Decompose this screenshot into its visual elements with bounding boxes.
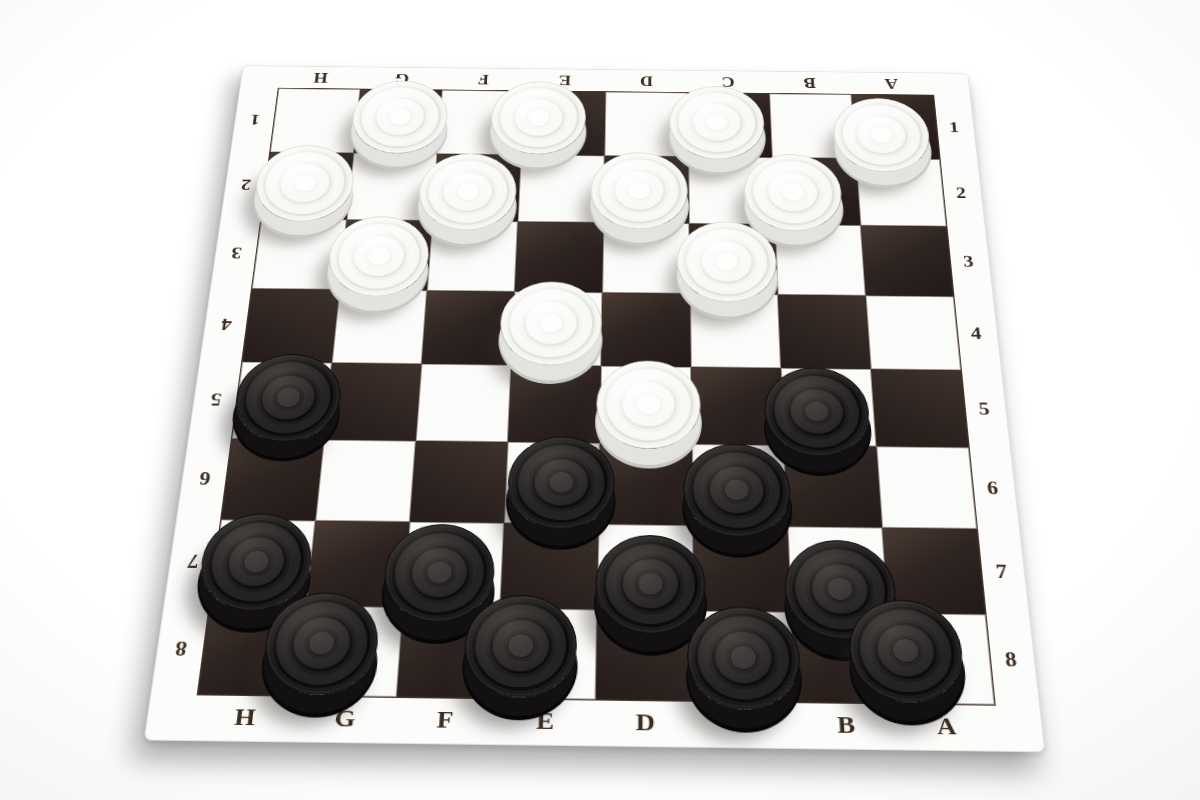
board-stage: HGFEDCBA HGFEDCBA 12345678 12345678 [198,0,1002,770]
black-man-b5[interactable] [763,367,872,457]
white-man-h2[interactable] [251,145,357,222]
white-man-d2[interactable] [590,152,688,230]
white-man-e1[interactable] [489,81,586,155]
checkers-board-sheet: HGFEDCBA HGFEDCBA 12345678 12345678 [144,65,1046,752]
white-man-e4[interactable] [499,281,603,366]
black-man-f7[interactable] [381,523,497,622]
white-man-d5[interactable] [596,360,702,449]
black-man-h5[interactable] [231,353,345,442]
black-man-a8[interactable] [847,599,967,703]
black-man-g8[interactable] [260,591,382,695]
black-man-c8[interactable] [686,605,801,710]
white-man-c3[interactable] [677,221,778,302]
white-man-b2[interactable] [743,153,844,231]
white-man-g3[interactable] [325,215,431,296]
white-man-c1[interactable] [669,86,765,160]
white-man-a1[interactable] [832,98,933,173]
black-man-c6[interactable] [683,443,793,537]
white-man-f2[interactable] [416,153,518,231]
black-man-e8[interactable] [462,594,578,698]
black-man-e6[interactable] [506,436,615,530]
black-man-d7[interactable] [595,534,707,634]
photo-background: HGFEDCBA HGFEDCBA 12345678 12345678 [0,0,1200,800]
black-man-h7[interactable] [195,513,316,612]
white-man-g1[interactable] [349,80,450,154]
pieces-layer [145,66,1044,751]
